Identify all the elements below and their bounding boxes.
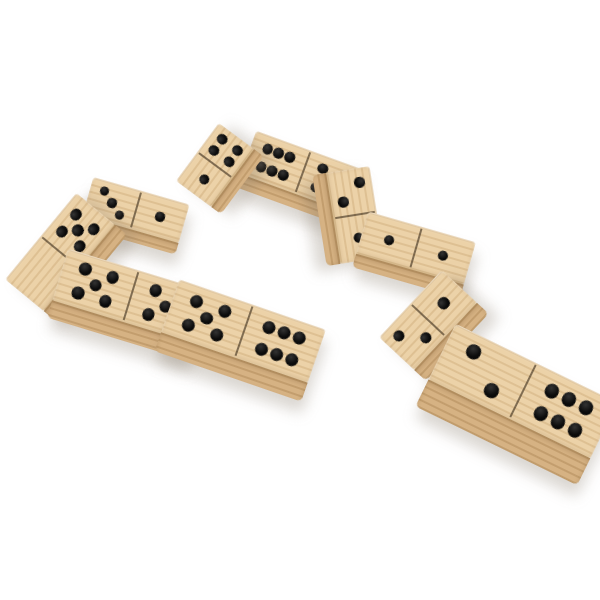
divider-line — [122, 272, 139, 320]
pip — [222, 154, 236, 168]
pip — [230, 144, 244, 158]
pip — [283, 351, 299, 367]
pip — [383, 234, 396, 247]
domino-tile-left-upright-4-1[interactable] — [176, 123, 264, 214]
pip — [147, 283, 162, 298]
pip — [391, 328, 407, 344]
pip — [217, 303, 233, 319]
pip — [188, 293, 204, 309]
pip — [253, 341, 269, 357]
pip — [106, 197, 117, 208]
domino-half-5 — [179, 279, 326, 329]
divider-line — [130, 192, 142, 227]
pip — [77, 261, 92, 276]
pip — [338, 196, 350, 208]
pip — [283, 151, 297, 165]
pip — [104, 270, 119, 285]
domino-half-3 — [93, 177, 189, 205]
pip — [418, 330, 434, 346]
domino-half-6 — [256, 131, 364, 170]
domino-half-1 — [368, 211, 476, 242]
pip — [87, 277, 102, 292]
domino-tile-bottom-right-row[interactable] — [415, 324, 600, 486]
pip — [260, 319, 276, 335]
domino-half-4 — [176, 123, 219, 181]
pip — [276, 168, 290, 182]
pip — [70, 222, 86, 238]
divider-line — [294, 152, 310, 192]
pip — [436, 295, 452, 311]
pip — [482, 381, 501, 400]
pip — [114, 210, 125, 221]
divider-line — [234, 306, 253, 356]
pip — [576, 398, 595, 417]
pip — [559, 390, 578, 409]
pip — [68, 207, 84, 223]
pip — [197, 172, 211, 186]
pip — [215, 132, 229, 146]
pip — [548, 412, 567, 431]
domino-chain-scene — [0, 0, 600, 600]
pip — [532, 404, 551, 423]
pip — [99, 185, 110, 196]
pip — [154, 211, 165, 222]
pip — [180, 317, 196, 333]
domino-half-2 — [456, 324, 600, 403]
pip — [437, 249, 450, 262]
pip — [543, 382, 562, 401]
pip — [275, 325, 291, 341]
pip — [565, 421, 584, 440]
domino-half-6 — [456, 324, 600, 403]
pip — [207, 143, 221, 157]
pip — [198, 310, 214, 326]
divider-line — [411, 304, 445, 335]
divider-line — [410, 228, 423, 267]
pip — [268, 346, 284, 362]
pip — [290, 330, 306, 346]
pip — [86, 221, 102, 237]
divider-line — [509, 364, 536, 417]
pip — [97, 294, 112, 309]
pip — [208, 327, 224, 343]
pip — [54, 223, 70, 239]
pip — [70, 285, 85, 300]
pip — [354, 177, 366, 189]
pip — [271, 147, 285, 161]
domino-tile-bottom-left-row-b[interactable] — [154, 279, 325, 401]
pip — [464, 342, 483, 361]
pip — [140, 307, 155, 322]
